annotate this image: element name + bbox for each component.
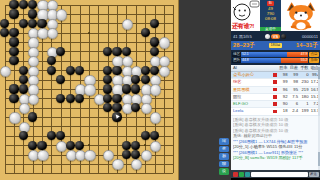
black-stone <box>131 103 140 112</box>
table-cell: 98 <box>278 72 289 78</box>
black-stone <box>112 94 121 103</box>
black-stone <box>150 37 159 46</box>
black-stone <box>28 19 37 28</box>
grid-line-v <box>164 5 165 174</box>
white-stone <box>112 159 123 170</box>
table-body: 金毛小妖心9899099+绝艺999823017.2星阵围棋969521916.… <box>231 72 320 116</box>
white-stone <box>84 150 95 161</box>
chat-input-bar: 发送 <box>231 170 320 178</box>
black-stone <box>122 150 131 159</box>
white-stone <box>141 103 152 114</box>
black-stone <box>103 103 112 112</box>
vs-bar: 41 黑1白5 VS 0000011 <box>231 31 320 41</box>
analysis-button[interactable]: 点目 <box>309 52 319 58</box>
black-stone <box>66 94 75 103</box>
black-stone <box>122 84 131 93</box>
black-stone <box>19 75 28 84</box>
black-stone <box>103 47 112 56</box>
white-stone-icon <box>265 34 270 39</box>
black-stone-icon <box>281 34 286 39</box>
score-bar: 28–23子 180目 14–31子 <box>231 41 320 50</box>
broadcast-header: 还有谁?! 新 49 790 08:08 直播中 <box>231 0 320 31</box>
white-winrate-segment: 47.9 <box>287 52 308 58</box>
vs-right-text: 0000011 <box>287 34 318 39</box>
vs-left-text: 41 黑1白5 <box>233 34 264 39</box>
meme-face-panel: 还有谁?! <box>231 0 260 31</box>
emote-red-button[interactable] <box>233 172 238 177</box>
meme-face-icon <box>231 0 260 24</box>
winrate-bars: 绝艺52.147.9点目星阵44.855.2形势 <box>231 50 320 65</box>
white-stone <box>28 94 39 105</box>
table-cell: 98 <box>289 79 300 85</box>
black-stone <box>47 56 56 65</box>
black-stone <box>47 131 56 140</box>
black-stone <box>103 84 112 93</box>
white-stone <box>9 112 20 123</box>
black-stone <box>28 141 37 150</box>
engine-name: 丽拉 <box>231 94 272 100</box>
zoom-icon[interactable]: 缩 <box>219 138 229 145</box>
status-badge <box>273 80 277 84</box>
black-stone <box>122 141 131 150</box>
table-cell: 18 <box>278 108 289 114</box>
black-stone <box>75 66 84 75</box>
table-row[interactable]: 丽拉927.518015.1 <box>231 94 320 101</box>
black-stone <box>103 75 112 84</box>
black-stone <box>122 47 131 56</box>
black-stone <box>131 150 140 159</box>
black-stone <box>19 19 28 28</box>
table-cell: 90 <box>278 101 289 107</box>
black-stone <box>141 28 150 37</box>
game-info-column: 新 49 790 08:08 直播中 <box>260 0 281 31</box>
table-row[interactable]: 金毛小妖心9899099+ <box>231 72 320 79</box>
column-header[interactable]: 手数 <box>299 65 310 71</box>
status-badge <box>273 102 277 106</box>
table-cell: 92 <box>278 94 289 100</box>
black-stone <box>9 28 18 37</box>
table-cell: 219 <box>299 87 310 93</box>
game-clock: 08:08 <box>265 16 276 21</box>
black-stone <box>47 66 56 75</box>
engine-name: ELF.GO <box>231 101 272 107</box>
go-board[interactable] <box>0 0 179 180</box>
grid-line-v <box>173 5 174 174</box>
emote-teal-button[interactable] <box>245 172 250 177</box>
white-stone <box>150 141 161 152</box>
black-stone <box>150 131 159 140</box>
black-stone <box>19 0 28 9</box>
black-stone <box>141 75 150 84</box>
settings-icon[interactable]: 设 <box>219 168 229 175</box>
black-stone <box>131 141 140 150</box>
white-stone <box>47 28 58 39</box>
column-header[interactable]: 胜率 <box>278 65 289 71</box>
white-stone <box>150 112 161 123</box>
chat-input[interactable] <box>251 172 308 177</box>
chat-log[interactable]: [系统] 恭喜棋友升级成功 10 级[系统] 恭喜棋友升级成功 10 级[系统]… <box>231 116 320 170</box>
engine-name: 绝艺 <box>231 79 272 85</box>
black-stone <box>150 19 159 28</box>
white-stone <box>56 9 67 20</box>
table-cell: 2.4 <box>289 108 300 114</box>
black-stone <box>9 0 18 9</box>
table-header: AI胜率目差手数吻合 <box>231 65 320 72</box>
ai-eval-table: AI胜率目差手数吻合 金毛小妖心9899099+绝艺999823017.2星阵围… <box>231 65 320 116</box>
table-cell: 180 <box>299 94 310 100</box>
black-score: 28–23子 <box>233 41 255 50</box>
chat-message: [20分_B] samc9a: W319 黑稍好 117手 <box>233 155 317 161</box>
black-stone <box>150 47 159 56</box>
fox-mascot-icon <box>284 1 318 30</box>
komi-chip: 180目 <box>269 43 281 48</box>
table-row[interactable]: 星阵围棋969521916.5 <box>231 87 320 94</box>
analysis-button[interactable]: 形势 <box>309 58 319 64</box>
black-stone <box>28 0 37 9</box>
black-stone <box>103 94 112 103</box>
white-stone <box>159 37 170 48</box>
black-stone <box>9 84 18 93</box>
engine-name: Leela <box>231 108 272 114</box>
table-cell: 1 <box>299 101 310 107</box>
grid-line-h <box>5 173 174 174</box>
black-stone <box>28 112 37 121</box>
black-winrate-segment: 44.8 <box>241 58 281 64</box>
white-stone <box>131 159 142 170</box>
status-badge <box>273 88 277 92</box>
engine-label: 绝艺 <box>232 52 241 58</box>
table-cell: 7.5 <box>289 94 300 100</box>
table-cell: 96 <box>278 87 289 93</box>
black-stone <box>56 131 65 140</box>
black-stone <box>66 141 75 150</box>
table-row[interactable]: Leela182.419913.7 <box>231 108 320 115</box>
black-stone <box>37 19 46 28</box>
black-stone <box>150 66 159 75</box>
table-cell: 95 <box>289 87 300 93</box>
white-score: 14–31子 <box>296 41 318 50</box>
white-stone <box>84 84 95 95</box>
engine-name: 星阵围棋 <box>231 87 272 93</box>
fox-mascot <box>281 0 320 31</box>
winrate-bar: 星阵44.855.2形势 <box>232 58 319 64</box>
black-stone <box>112 112 121 121</box>
black-stone <box>9 94 18 103</box>
black-stone <box>0 28 9 37</box>
table-row[interactable]: 绝艺999823017.2 <box>231 79 320 86</box>
branch-icon[interactable]: 变 <box>219 146 229 153</box>
emote-green-button[interactable] <box>239 172 244 177</box>
white-stone <box>141 150 152 161</box>
status-badge <box>273 73 277 77</box>
speech-text: 还有谁?! <box>232 22 254 31</box>
board-gutter: 缩变标聊设 <box>0 0 231 180</box>
black-stone <box>0 19 9 28</box>
black-stone <box>112 103 121 112</box>
status-badge <box>273 95 277 99</box>
black-stone <box>9 47 18 56</box>
grid-line-v <box>98 5 99 174</box>
table-cell: 230 <box>299 79 310 85</box>
black-stone <box>19 66 28 75</box>
black-stone <box>112 66 121 75</box>
black-stone <box>9 9 18 18</box>
black-stone <box>112 47 121 56</box>
black-stone <box>28 9 37 18</box>
white-stone <box>103 150 114 161</box>
black-stone <box>103 66 112 75</box>
black-stone <box>56 47 65 56</box>
table-cell: 0 <box>299 72 310 78</box>
black-stone <box>9 37 18 46</box>
table-cell: 6 <box>289 101 300 107</box>
table-row[interactable]: ELF.GO90617.2 <box>231 101 320 108</box>
table-cell: 99 <box>278 79 289 85</box>
black-stone <box>75 94 84 103</box>
white-stone <box>122 19 133 30</box>
black-stone <box>37 141 46 150</box>
vs-label: VS <box>271 34 279 39</box>
send-button[interactable]: 发送 <box>309 172 319 177</box>
engine-label: 星阵 <box>232 58 241 64</box>
black-stone <box>66 66 75 75</box>
black-stone <box>141 131 150 140</box>
engine-name: 金毛小妖心 <box>231 72 272 78</box>
white-stone <box>37 150 48 161</box>
black-stone <box>19 84 28 93</box>
grid-line-h <box>5 164 174 165</box>
column-header[interactable]: AI <box>231 65 278 71</box>
status-badge <box>273 110 277 114</box>
chat-icon[interactable]: 聊 <box>219 161 229 168</box>
black-stone <box>141 66 150 75</box>
right-panel: 还有谁?! 新 49 790 08:08 直播中 <box>231 0 320 178</box>
column-header[interactable]: 目差 <box>289 65 300 71</box>
black-stone <box>131 75 140 84</box>
black-stone <box>19 131 28 140</box>
table-cell: 199 <box>299 108 310 114</box>
coords-icon[interactable]: 标 <box>219 153 229 160</box>
black-stone <box>56 75 65 84</box>
white-winrate-segment: 55.2 <box>281 58 308 64</box>
black-stone <box>75 141 84 150</box>
winrate-bar: 绝艺52.147.9点目 <box>232 52 319 58</box>
white-stone <box>0 66 11 77</box>
black-stone <box>56 94 65 103</box>
white-stone <box>150 84 161 95</box>
last-move-marker <box>114 114 120 120</box>
board-toolbar: 缩变标聊设 <box>219 138 230 175</box>
black-stone <box>9 56 18 65</box>
black-winrate-segment: 52.1 <box>241 52 287 58</box>
white-stone <box>159 66 170 77</box>
table-cell: 99 <box>289 72 300 78</box>
star-point <box>88 32 90 34</box>
black-stone <box>131 84 140 93</box>
